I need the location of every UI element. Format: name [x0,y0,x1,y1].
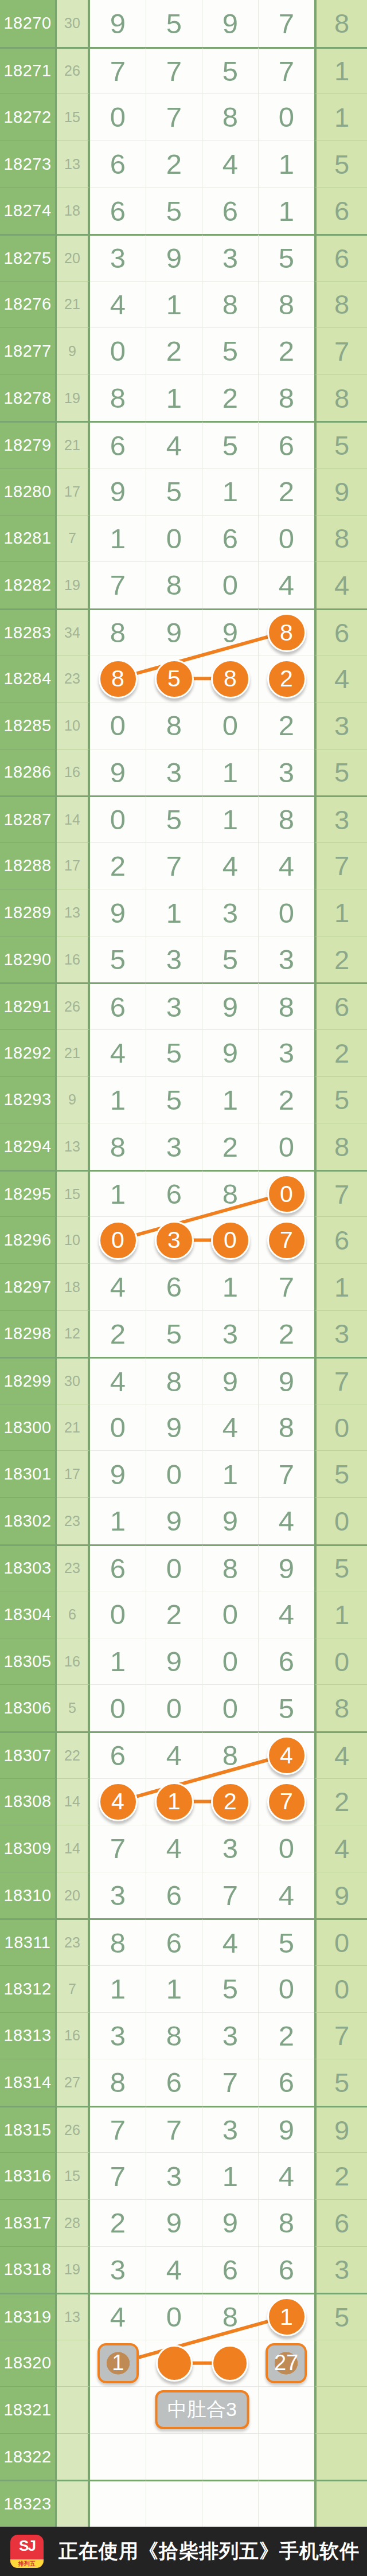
draw-row: 18306500058 [0,1684,367,1731]
digit-cell: 8 [90,374,146,421]
digit-cell: 4 [259,1497,314,1544]
digit-cell: 3 [146,936,202,983]
period-cell: 18318 [0,2246,57,2293]
digit-cell: 0 [202,1591,259,1638]
tail-digit-cell: 1 [314,93,367,140]
period-cell: 18270 [0,0,57,47]
draw-row: 182901653532 [0,936,367,983]
digit-cell: 6 [202,2246,259,2293]
digit-cell: 1 [146,374,202,421]
digit-cell [259,2386,314,2433]
tail-digit-cell: 4 [314,655,367,702]
digit-cell: 9 [259,1544,314,1591]
period-cell: 18278 [0,374,57,421]
digit-cell: 7 [259,1450,314,1497]
period-cell: 18309 [0,1825,57,1872]
digit-cell: 6 [146,2059,202,2106]
period-cell: 18316 [0,2152,57,2199]
digit-cell: 9 [90,749,146,796]
draw-row: 182961003076 [0,1216,367,1263]
sum-cell: 30 [57,1357,90,1404]
tail-digit-cell: 8 [314,0,367,47]
digit-cell: 9 [202,1497,259,1544]
digit-cell: 9 [146,1638,202,1685]
digit-cell: 4 [259,561,314,608]
draw-row: 182731362415 [0,140,367,188]
digit-cell: 8 [259,982,314,1029]
digit-cell: 2 [259,327,314,374]
digit-cell: 4 [202,1404,259,1451]
period-cell: 18323 [0,2480,57,2527]
digit-cell: 2 [259,1310,314,1357]
trend-chart-table: 1827030959781827126775711827215078011827… [0,0,367,2527]
digit-cell: 6 [259,2246,314,2293]
digit-cell: 4 [146,1731,202,1778]
digit-cell: 6 [259,1638,314,1685]
digit-cell: 9 [202,982,259,1029]
digit-cell: 8 [146,702,202,749]
digit-cell: 0 [202,702,259,749]
circled-digit: 5 [155,659,194,698]
period-cell: 18317 [0,2199,57,2246]
period-cell: 18315 [0,2106,57,2153]
digit-cell: 0 [259,1170,314,1217]
sum-cell: 18 [57,187,90,234]
sum-cell: 34 [57,608,90,655]
digit-cell: 0 [259,889,314,936]
pick-number-badge: 27 [266,2343,307,2383]
tail-digit-cell [314,2480,367,2527]
sum-cell: 12 [57,1310,90,1357]
sum-cell: 23 [57,1544,90,1591]
pick-number-badge: 1 [97,2343,139,2383]
draw-row: 182762141888 [0,281,367,328]
draw-row: 182971846171 [0,1263,367,1310]
draw-row: 183102036749 [0,1872,367,1919]
draw-row: 182842385824 [0,655,367,702]
digit-cell: 4 [90,1029,146,1076]
sum-cell: 26 [57,982,90,1029]
tail-digit-cell: 2 [314,2152,367,2199]
digit-cell: 8 [202,1731,259,1778]
draw-row: 183011790175 [0,1450,367,1497]
digit-cell: 6 [90,421,146,468]
digit-cell: 9 [146,2199,202,2246]
draw-row: 18304602041 [0,1591,367,1638]
digit-cell: 2 [146,1591,202,1638]
digit-cell: 3 [146,1216,202,1263]
tail-digit-cell: 0 [314,1918,367,1965]
draw-row: 182792164565 [0,421,367,468]
sum-cell: 26 [57,2106,90,2153]
digit-cell: 0 [90,1684,146,1731]
tail-digit-cell: 8 [314,374,367,421]
digit-cell [90,2386,146,2433]
digit-cell: 8 [259,374,314,421]
draw-row: 182941383208 [0,1123,367,1170]
digit-cell: 4 [90,2293,146,2340]
digit-cell: 4 [202,1918,259,1965]
digit-cell: 0 [259,515,314,562]
app-icon-label: 排列五 [10,2559,44,2568]
app-screenshot: 1827030959781827126775711827215078011827… [0,0,367,2576]
digit-cell [259,2480,314,2527]
digit-cell: 1 [259,140,314,188]
digit-cell: 3 [202,889,259,936]
digit-cell: 7 [202,1872,259,1919]
draw-row: 183142786765 [0,2059,367,2106]
draw-row: 182912663986 [0,982,367,1029]
digit-cell: 8 [202,93,259,140]
digit-cell: 5 [259,234,314,281]
period-cell: 18307 [0,1731,57,1778]
digit-cell: 8 [202,2293,259,2340]
app-banner[interactable]: SJ 排列五 正在使用《拾柴排列五》手机软件 [0,2527,367,2576]
period-cell: 18286 [0,749,57,796]
digit-cell: 9 [202,2199,259,2246]
sum-cell: 14 [57,795,90,842]
digit-cell: 4 [202,842,259,889]
digit-cell: 2 [259,468,314,515]
period-cell: 18310 [0,1872,57,1919]
digit-cell: 9 [202,0,259,47]
sum-cell: 5 [57,1684,90,1731]
tail-digit-cell: 6 [314,187,367,234]
tail-digit-cell: 6 [314,1216,367,1263]
digit-cell: 0 [202,1216,259,1263]
period-cell: 18314 [0,2059,57,2106]
draw-row: 183091474304 [0,1825,367,1872]
digit-cell: 5 [202,47,259,94]
digit-cell: 5 [202,327,259,374]
digit-cell: 5 [146,795,202,842]
draw-row: 182881727447 [0,842,367,889]
digit-cell: 4 [90,1263,146,1310]
sum-cell: 20 [57,1872,90,1919]
hidden-pick-dot [156,2345,193,2382]
digit-cell: 5 [146,1076,202,1123]
app-icon: SJ 排列五 [10,2535,44,2568]
digit-cell [202,2480,259,2527]
digit-cell: 2 [202,1123,259,1170]
digit-cell: 5 [146,655,202,702]
digit-cell: 3 [90,1872,146,1919]
digit-cell [146,2480,202,2527]
period-cell: 18308 [0,1778,57,1825]
draw-row: 182833489986 [0,608,367,655]
digit-cell: 4 [259,2152,314,2199]
digit-cell: 9 [202,1357,259,1404]
sum-cell: 19 [57,374,90,421]
digit-cell [90,2433,146,2480]
digit-cell: 0 [90,1404,146,1451]
tail-digit-cell: 5 [314,1076,367,1123]
draw-row: 182721507801 [0,93,367,140]
period-cell: 18282 [0,561,57,608]
digit-cell: 8 [202,655,259,702]
draw-row: 182851008023 [0,702,367,749]
sum-cell: 21 [57,1404,90,1451]
digit-cell: 8 [90,2059,146,2106]
digit-cell: 1 [259,2293,314,2340]
sum-cell: 22 [57,1731,90,1778]
digit-cell: 0 [202,1638,259,1685]
draw-row: 183072264844 [0,1731,367,1778]
period-cell: 18295 [0,1170,57,1217]
tail-digit-cell: 9 [314,1872,367,1919]
draw-row: 182821978044 [0,561,367,608]
draw-row: 183081441272 [0,1778,367,1825]
sum-cell: 15 [57,1170,90,1217]
digit-cell: 9 [146,1404,202,1451]
digit-cell [202,2433,259,2480]
tail-digit-cell: 5 [314,1450,367,1497]
digit-cell: 4 [202,140,259,188]
period-cell: 18272 [0,93,57,140]
tail-digit-cell: 6 [314,982,367,1029]
period-cell: 18320 [0,2340,57,2387]
digit-cell: 9 [90,1450,146,1497]
digit-cell: 2 [259,2012,314,2059]
tail-digit-cell: 7 [314,2012,367,2059]
period-cell: 18283 [0,608,57,655]
draw-row: 18281710608 [0,515,367,562]
digit-cell: 6 [146,1872,202,1919]
digit-cell: 3 [146,2152,202,2199]
circled-digit: 4 [267,1736,306,1775]
draw-row: 183191340815 [0,2293,367,2340]
digit-cell: 5 [202,936,259,983]
digit-cell: 1 [146,1778,202,1825]
digit-cell: 7 [259,1216,314,1263]
tail-digit-cell: 0 [314,1404,367,1451]
tail-digit-cell: 5 [314,421,367,468]
digit-cell: 8 [90,655,146,702]
digit-cell: 6 [90,187,146,234]
period-cell: 18311 [0,1918,57,1965]
sum-cell [57,2386,90,2433]
digit-cell: 9 [259,1357,314,1404]
digit-cell: 9 [90,0,146,47]
circled-digit: 3 [155,1221,194,1260]
period-cell: 18288 [0,842,57,889]
tail-digit-cell: 1 [314,1263,367,1310]
sum-cell: 14 [57,1778,90,1825]
digit-cell: 0 [259,1965,314,2012]
digit-cell: 7 [90,47,146,94]
digit-cell: 3 [202,1310,259,1357]
digit-cell: 1 [202,795,259,842]
tail-digit-cell: 9 [314,468,367,515]
digit-cell: 5 [146,0,202,47]
period-cell: 18301 [0,1450,57,1497]
digit-cell: 3 [259,936,314,983]
digit-cell: 1 [90,1638,146,1685]
tail-digit-cell: 2 [314,936,367,983]
period-cell: 18285 [0,702,57,749]
digit-cell: 6 [90,1731,146,1778]
digit-cell: 3 [202,2012,259,2059]
digit-cell: 8 [259,1404,314,1451]
period-cell: 18303 [0,1544,57,1591]
digit-cell: 9 [146,234,202,281]
digit-cell: 1 [90,1170,146,1217]
tail-digit-cell: 3 [314,795,367,842]
sum-cell [57,2433,90,2480]
tail-digit-cell: 0 [314,1638,367,1685]
tail-digit-cell: 4 [314,561,367,608]
draw-row: 183181934663 [0,2246,367,2293]
tail-digit-cell: 4 [314,1731,367,1778]
digit-cell: 6 [259,421,314,468]
digit-cell: 1 [90,1965,146,2012]
tail-digit-cell: 6 [314,2199,367,2246]
digit-cell: 8 [202,281,259,328]
digit-cell: 0 [146,1450,202,1497]
digit-cell: 3 [90,2012,146,2059]
tail-digit-cell: 5 [314,1544,367,1591]
sum-cell: 14 [57,1825,90,1872]
period-cell: 18305 [0,1638,57,1685]
draw-row: 182981225323 [0,1310,367,1357]
sum-cell: 7 [57,515,90,562]
digit-cell: 9 [90,468,146,515]
period-cell: 18297 [0,1263,57,1310]
period-cell: 18289 [0,889,57,936]
digit-cell: 6 [146,1918,202,1965]
period-cell: 18274 [0,187,57,234]
circled-digit: 2 [211,1782,250,1821]
digit-cell: 8 [259,795,314,842]
circled-digit: 8 [211,659,250,698]
draw-row: 182922145932 [0,1029,367,1076]
digit-cell: 0 [202,561,259,608]
digit-cell: 0 [90,1216,146,1263]
digit-cell: 4 [146,2246,202,2293]
digit-cell: 4 [146,1825,202,1872]
digit-cell: 6 [90,982,146,1029]
digit-cell: 0 [90,1591,146,1638]
digit-cell: 8 [259,281,314,328]
digit-cell: 7 [146,93,202,140]
period-cell: 18293 [0,1076,57,1123]
draw-row: 183172829986 [0,2199,367,2246]
digit-cell: 1 [202,749,259,796]
sum-cell: 15 [57,93,90,140]
tail-digit-cell: 0 [314,1965,367,2012]
tail-digit-cell [314,2340,367,2387]
digit-cell: 7 [90,561,146,608]
period-cell: 18276 [0,281,57,328]
digit-cell: 4 [259,1872,314,1919]
digit-cell: 2 [90,1310,146,1357]
draw-row: 183032360895 [0,1544,367,1591]
sum-cell: 13 [57,889,90,936]
tail-digit-cell: 6 [314,608,367,655]
sum-cell: 18 [57,1263,90,1310]
period-cell: 18298 [0,1310,57,1357]
digit-cell: 4 [259,842,314,889]
tail-digit-cell: 0 [314,1497,367,1544]
digit-cell: 1 [202,468,259,515]
tail-digit-cell: 3 [314,702,367,749]
digit-cell: 3 [259,749,314,796]
sum-cell: 21 [57,421,90,468]
digit-cell: 2 [202,1778,259,1825]
digit-cell: 2 [259,702,314,749]
digit-cell: 2 [90,2199,146,2246]
circled-digit: 0 [99,1221,138,1260]
digit-cell: 8 [90,608,146,655]
sum-cell: 23 [57,655,90,702]
digit-cell: 1 [90,515,146,562]
digit-cell: 7 [259,47,314,94]
digit-cell: 5 [146,1310,202,1357]
sum-cell: 21 [57,281,90,328]
period-cell: 18299 [0,1357,57,1404]
draw-row: 18277902527 [0,327,367,374]
period-cell: 18275 [0,234,57,281]
digit-cell [146,2433,202,2480]
tail-digit-cell: 8 [314,1684,367,1731]
draw-row: 183152677399 [0,2106,367,2153]
sum-cell: 19 [57,2246,90,2293]
digit-cell: 1 [259,187,314,234]
sum-cell [57,2480,90,2527]
digit-cell: 8 [202,1170,259,1217]
digit-cell: 1 [90,1076,146,1123]
tail-digit-cell: 6 [314,234,367,281]
digit-cell: 1 [202,1263,259,1310]
sum-cell: 27 [57,2059,90,2106]
banner-text: 正在使用《拾柴排列五》手机软件 [58,2538,360,2565]
tail-digit-cell [314,2433,367,2480]
digit-cell: 5 [146,1029,202,1076]
digit-cell: 4 [259,1591,314,1638]
period-cell: 18280 [0,468,57,515]
digit-cell: 3 [90,2246,146,2293]
digit-cell: 6 [202,187,259,234]
digit-cell: 3 [146,982,202,1029]
digit-cell: 0 [259,1123,314,1170]
digit-cell: 1 [202,1076,259,1123]
sum-cell: 21 [57,1029,90,1076]
period-cell: 18306 [0,1684,57,1731]
sum-cell: 13 [57,2293,90,2340]
period-cell: 18291 [0,982,57,1029]
digit-cell: 6 [146,1170,202,1217]
circled-digit: 0 [267,1174,306,1213]
period-cell: 18273 [0,140,57,188]
period-cell: 18292 [0,1029,57,1076]
tail-digit-cell: 2 [314,1778,367,1825]
digit-cell: 6 [259,2059,314,2106]
tail-digit-cell: 1 [314,889,367,936]
tail-digit-cell: 5 [314,2059,367,2106]
circled-digit: 8 [267,613,306,652]
digit-cell: 8 [259,2199,314,2246]
sum-cell: 16 [57,2012,90,2059]
digit-cell: 7 [146,842,202,889]
digit-cell: 3 [259,1029,314,1076]
digit-cell: 6 [146,1263,202,1310]
sum-cell: 26 [57,47,90,94]
tail-digit-cell: 7 [314,1170,367,1217]
digit-cell: 3 [202,234,259,281]
sum-cell: 16 [57,749,90,796]
digit-cell: 4 [90,1357,146,1404]
period-cell: 18271 [0,47,57,94]
